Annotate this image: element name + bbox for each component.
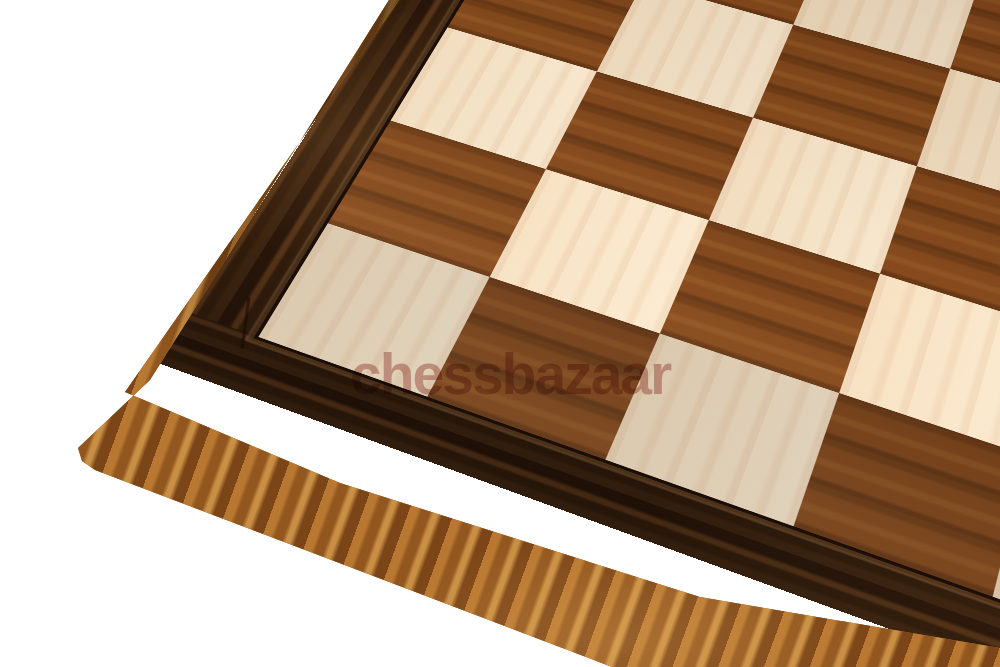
chess-board — [158, 0, 1000, 667]
scene: chessbazaar — [0, 0, 1000, 667]
chessboard-product-photo: chessbazaar — [0, 0, 1000, 667]
